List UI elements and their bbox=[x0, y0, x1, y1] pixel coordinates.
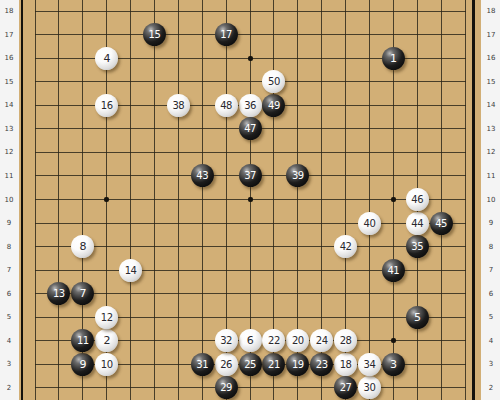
grid-line-horizontal bbox=[35, 223, 466, 224]
stone-number: 28 bbox=[340, 335, 352, 346]
stone-number: 39 bbox=[292, 170, 304, 181]
stone-1-black: 1 bbox=[382, 47, 405, 70]
stone-number: 18 bbox=[340, 359, 352, 370]
stone-number: 8 bbox=[80, 240, 87, 253]
stone-number: 14 bbox=[125, 265, 137, 276]
row-label-right-6: 6 bbox=[483, 290, 499, 298]
board-edge-left bbox=[21, 0, 23, 400]
stone-number: 10 bbox=[101, 359, 113, 370]
stone-number: 41 bbox=[387, 265, 399, 276]
row-label-left-18: 18 bbox=[1, 7, 17, 15]
stone-14-white: 14 bbox=[119, 259, 142, 282]
stone-18-white: 18 bbox=[334, 353, 357, 376]
row-label-right-17: 17 bbox=[483, 31, 499, 39]
stone-4-white: 4 bbox=[95, 47, 118, 70]
row-label-right-14: 14 bbox=[483, 101, 499, 109]
stone-number: 21 bbox=[268, 359, 280, 370]
grid-line-horizontal bbox=[35, 152, 466, 153]
stone-16-white: 16 bbox=[95, 94, 118, 117]
stone-34-white: 34 bbox=[358, 353, 381, 376]
stone-number: 27 bbox=[340, 382, 352, 393]
grid-line-horizontal bbox=[35, 11, 466, 12]
stone-38-white: 38 bbox=[167, 94, 190, 117]
stone-number: 4 bbox=[103, 52, 110, 65]
stone-47-black: 47 bbox=[239, 117, 262, 140]
stone-number: 31 bbox=[196, 359, 208, 370]
star-point bbox=[248, 197, 253, 202]
stone-29-black: 29 bbox=[215, 376, 238, 399]
grid-line-horizontal bbox=[35, 81, 466, 82]
row-label-left-2: 2 bbox=[1, 384, 17, 392]
row-label-right-4: 4 bbox=[483, 337, 499, 345]
stone-number: 13 bbox=[53, 288, 65, 299]
stone-number: 47 bbox=[244, 123, 256, 134]
stone-number: 17 bbox=[220, 29, 232, 40]
stone-number: 5 bbox=[414, 311, 421, 324]
row-label-left-9: 9 bbox=[1, 219, 17, 227]
row-label-left-6: 6 bbox=[1, 290, 17, 298]
grid-line-horizontal bbox=[35, 246, 466, 247]
stone-32-white: 32 bbox=[215, 329, 238, 352]
stone-23-black: 23 bbox=[310, 353, 333, 376]
stone-19-black: 19 bbox=[286, 353, 309, 376]
row-label-left-13: 13 bbox=[1, 125, 17, 133]
stone-31-black: 31 bbox=[191, 353, 214, 376]
stone-number: 29 bbox=[220, 382, 232, 393]
stone-number: 37 bbox=[244, 170, 256, 181]
row-label-left-11: 11 bbox=[1, 172, 17, 180]
stone-number: 49 bbox=[268, 100, 280, 111]
row-label-left-5: 5 bbox=[1, 313, 17, 321]
row-label-right-16: 16 bbox=[483, 54, 499, 62]
row-label-right-9: 9 bbox=[483, 219, 499, 227]
stone-42-white: 42 bbox=[334, 235, 357, 258]
stone-36-white: 36 bbox=[239, 94, 262, 117]
stone-41-black: 41 bbox=[382, 259, 405, 282]
stone-number: 15 bbox=[149, 29, 161, 40]
stone-number: 26 bbox=[220, 359, 232, 370]
stone-37-black: 37 bbox=[239, 164, 262, 187]
stone-number: 30 bbox=[364, 382, 376, 393]
stone-45-black: 45 bbox=[430, 212, 453, 235]
stone-number: 35 bbox=[411, 241, 423, 252]
row-label-right-10: 10 bbox=[483, 196, 499, 204]
stone-46-white: 46 bbox=[406, 188, 429, 211]
stone-number: 45 bbox=[435, 218, 447, 229]
stone-48-white: 48 bbox=[215, 94, 238, 117]
stone-number: 34 bbox=[364, 359, 376, 370]
star-point bbox=[104, 197, 109, 202]
stone-number: 25 bbox=[244, 359, 256, 370]
stone-number: 3 bbox=[390, 358, 397, 371]
stone-number: 19 bbox=[292, 359, 304, 370]
row-label-right-5: 5 bbox=[483, 313, 499, 321]
stone-number: 40 bbox=[364, 218, 376, 229]
stone-number: 48 bbox=[220, 100, 232, 111]
row-label-left-15: 15 bbox=[1, 78, 17, 86]
stone-40-white: 40 bbox=[358, 212, 381, 235]
stone-number: 6 bbox=[247, 334, 254, 347]
grid-line-horizontal bbox=[35, 293, 466, 294]
stone-9-black: 9 bbox=[71, 353, 94, 376]
stone-17-black: 17 bbox=[215, 23, 238, 46]
stone-number: 32 bbox=[220, 335, 232, 346]
stone-6-white: 6 bbox=[239, 329, 262, 352]
stone-number: 2 bbox=[103, 334, 110, 347]
stone-number: 46 bbox=[411, 194, 423, 205]
stone-number: 44 bbox=[411, 218, 423, 229]
stone-35-black: 35 bbox=[406, 235, 429, 258]
stone-number: 50 bbox=[268, 76, 280, 87]
stone-44-white: 44 bbox=[406, 212, 429, 235]
row-label-left-12: 12 bbox=[1, 148, 17, 156]
row-label-right-12: 12 bbox=[483, 148, 499, 156]
star-point bbox=[391, 338, 396, 343]
stone-26-white: 26 bbox=[215, 353, 238, 376]
stone-25-black: 25 bbox=[239, 353, 262, 376]
stone-15-black: 15 bbox=[143, 23, 166, 46]
row-label-right-11: 11 bbox=[483, 172, 499, 180]
stone-number: 1 bbox=[390, 52, 397, 65]
row-label-left-8: 8 bbox=[1, 243, 17, 251]
grid-line-horizontal bbox=[35, 34, 466, 35]
row-label-right-15: 15 bbox=[483, 78, 499, 86]
row-label-left-3: 3 bbox=[1, 360, 17, 368]
row-label-left-14: 14 bbox=[1, 101, 17, 109]
stone-3-black: 3 bbox=[382, 353, 405, 376]
stone-number: 23 bbox=[316, 359, 328, 370]
row-label-right-3: 3 bbox=[483, 360, 499, 368]
row-label-left-17: 17 bbox=[1, 31, 17, 39]
stone-10-white: 10 bbox=[95, 353, 118, 376]
star-point bbox=[391, 197, 396, 202]
star-point bbox=[248, 56, 253, 61]
row-label-right-18: 18 bbox=[483, 7, 499, 15]
row-label-left-4: 4 bbox=[1, 337, 17, 345]
stone-12-white: 12 bbox=[95, 306, 118, 329]
stone-number: 12 bbox=[101, 312, 113, 323]
stone-number: 16 bbox=[101, 100, 113, 111]
row-label-left-10: 10 bbox=[1, 196, 17, 204]
row-label-right-13: 13 bbox=[483, 125, 499, 133]
stone-number: 42 bbox=[340, 241, 352, 252]
stone-number: 20 bbox=[292, 335, 304, 346]
row-label-right-2: 2 bbox=[483, 384, 499, 392]
stone-number: 38 bbox=[172, 100, 184, 111]
row-label-left-16: 16 bbox=[1, 54, 17, 62]
stone-number: 43 bbox=[196, 170, 208, 181]
go-kifu-diagram: 1818171716161515141413131212111110109988… bbox=[0, 0, 500, 400]
grid-line-horizontal bbox=[35, 387, 466, 388]
row-label-right-7: 7 bbox=[483, 266, 499, 274]
stone-number: 24 bbox=[316, 335, 328, 346]
stone-number: 7 bbox=[80, 287, 87, 300]
stone-number: 36 bbox=[244, 100, 256, 111]
row-label-left-7: 7 bbox=[1, 266, 17, 274]
stone-5-black: 5 bbox=[406, 306, 429, 329]
stone-number: 22 bbox=[268, 335, 280, 346]
row-label-right-8: 8 bbox=[483, 243, 499, 251]
stone-number: 11 bbox=[77, 335, 89, 346]
stone-number: 9 bbox=[80, 358, 87, 371]
board-edge-right bbox=[472, 0, 474, 400]
